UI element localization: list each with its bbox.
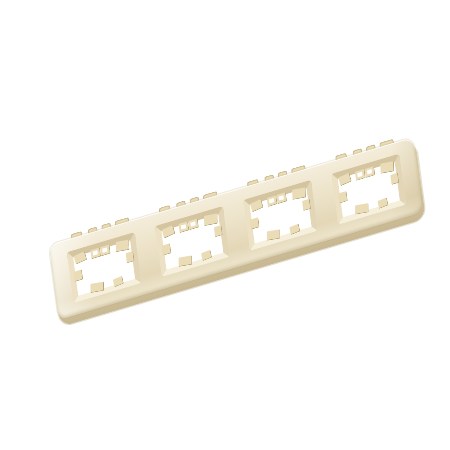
mounting-clip bbox=[276, 192, 287, 204]
mounting-clip bbox=[90, 282, 104, 294]
mounting-clip bbox=[355, 203, 369, 215]
window-opening-1 bbox=[67, 232, 142, 303]
mounting-clip bbox=[267, 229, 281, 241]
mounting-clip bbox=[292, 187, 306, 200]
window-opening-4 bbox=[331, 153, 406, 224]
mounting-clip bbox=[250, 199, 264, 213]
mounting-clip bbox=[378, 197, 389, 209]
mounting-clip bbox=[302, 199, 311, 211]
mounting-clip bbox=[364, 166, 375, 178]
window-opening-3 bbox=[243, 180, 318, 251]
window-opening-2 bbox=[155, 206, 230, 277]
frame-openings bbox=[49, 137, 423, 320]
mounting-clip bbox=[289, 223, 300, 235]
mounting-clip bbox=[214, 225, 223, 237]
product-photo bbox=[0, 0, 450, 450]
mounting-clip bbox=[162, 244, 172, 257]
switch-frame bbox=[49, 137, 424, 327]
mounting-clip bbox=[250, 218, 260, 231]
mounting-clip bbox=[74, 251, 88, 265]
frame-face bbox=[49, 137, 423, 320]
mounting-clip bbox=[390, 173, 399, 185]
mounting-clip bbox=[338, 173, 352, 187]
mounting-clip bbox=[116, 240, 130, 253]
mounting-clip bbox=[188, 219, 199, 231]
mounting-clip bbox=[201, 250, 212, 262]
mounting-clip bbox=[204, 213, 218, 226]
mounting-clip bbox=[338, 191, 348, 204]
mounting-clip bbox=[113, 276, 124, 288]
mounting-clip bbox=[179, 255, 193, 267]
mounting-clip bbox=[100, 245, 111, 257]
mounting-clip bbox=[73, 270, 83, 283]
mounting-clip bbox=[126, 251, 135, 263]
mounting-clip bbox=[380, 161, 394, 174]
mounting-clip bbox=[162, 225, 176, 239]
